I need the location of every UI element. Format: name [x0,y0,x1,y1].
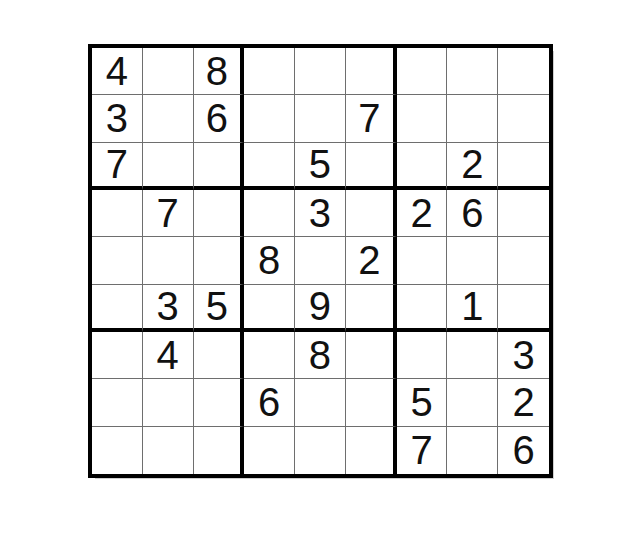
cell-r4c2-given[interactable]: 7 [143,190,194,237]
cell-r4c6-empty[interactable] [346,190,397,237]
cell-r1c6-empty[interactable] [346,48,397,95]
cell-r7c9-given[interactable]: 3 [498,332,549,379]
cell-r1c2-empty[interactable] [143,48,194,95]
cell-r6c7-empty[interactable] [397,285,448,332]
cell-r8c9-given[interactable]: 2 [498,379,549,426]
cell-r3c8-given[interactable]: 2 [447,143,498,190]
cell-r3c3-empty[interactable] [194,143,245,190]
cell-r1c1-given[interactable]: 4 [92,48,143,95]
cell-r2c4-empty[interactable] [244,95,295,142]
cell-r9c2-empty[interactable] [143,427,194,474]
cell-r6c5-given[interactable]: 9 [295,285,346,332]
cell-r1c7-empty[interactable] [397,48,448,95]
cell-r2c8-empty[interactable] [447,95,498,142]
cell-r5c5-empty[interactable] [295,237,346,284]
cell-r8c7-given[interactable]: 5 [397,379,448,426]
cell-r6c6-empty[interactable] [346,285,397,332]
cell-r2c5-empty[interactable] [295,95,346,142]
cell-r8c2-empty[interactable] [143,379,194,426]
cell-r5c7-empty[interactable] [397,237,448,284]
cell-r4c4-empty[interactable] [244,190,295,237]
cell-r9c7-given[interactable]: 7 [397,427,448,474]
cell-r9c1-empty[interactable] [92,427,143,474]
cell-r7c4-empty[interactable] [244,332,295,379]
cell-r7c3-empty[interactable] [194,332,245,379]
cell-r4c7-given[interactable]: 2 [397,190,448,237]
cell-r5c9-empty[interactable] [498,237,549,284]
cell-r7c8-empty[interactable] [447,332,498,379]
cell-r8c5-empty[interactable] [295,379,346,426]
cell-r6c8-given[interactable]: 1 [447,285,498,332]
cell-r8c1-empty[interactable] [92,379,143,426]
cell-r8c4-given[interactable]: 6 [244,379,295,426]
cell-r7c7-empty[interactable] [397,332,448,379]
cell-r7c2-given[interactable]: 4 [143,332,194,379]
cell-r4c9-empty[interactable] [498,190,549,237]
cell-r2c7-empty[interactable] [397,95,448,142]
cell-r2c9-empty[interactable] [498,95,549,142]
cell-r3c1-given[interactable]: 7 [92,143,143,190]
cell-r3c6-empty[interactable] [346,143,397,190]
cell-r6c9-empty[interactable] [498,285,549,332]
cell-r1c9-empty[interactable] [498,48,549,95]
cell-r5c8-empty[interactable] [447,237,498,284]
cell-r4c3-empty[interactable] [194,190,245,237]
cell-r8c6-empty[interactable] [346,379,397,426]
cell-r1c4-empty[interactable] [244,48,295,95]
cell-r2c1-given[interactable]: 3 [92,95,143,142]
cell-r6c2-given[interactable]: 3 [143,285,194,332]
sudoku-board: 48367752732682359148365276 [88,44,553,478]
cell-r6c3-given[interactable]: 5 [194,285,245,332]
cell-r2c6-given[interactable]: 7 [346,95,397,142]
cell-r5c6-given[interactable]: 2 [346,237,397,284]
cell-r7c1-empty[interactable] [92,332,143,379]
cell-r3c7-empty[interactable] [397,143,448,190]
cell-r3c2-empty[interactable] [143,143,194,190]
cell-r9c3-empty[interactable] [194,427,245,474]
cell-r4c1-empty[interactable] [92,190,143,237]
cell-r1c8-empty[interactable] [447,48,498,95]
cell-r6c1-empty[interactable] [92,285,143,332]
cell-r2c3-given[interactable]: 6 [194,95,245,142]
cell-r7c6-empty[interactable] [346,332,397,379]
cell-r9c5-empty[interactable] [295,427,346,474]
cell-r3c5-given[interactable]: 5 [295,143,346,190]
cell-r9c4-empty[interactable] [244,427,295,474]
cell-r3c9-empty[interactable] [498,143,549,190]
cell-r6c4-empty[interactable] [244,285,295,332]
cell-r9c8-empty[interactable] [447,427,498,474]
cell-r5c2-empty[interactable] [143,237,194,284]
cell-r7c5-given[interactable]: 8 [295,332,346,379]
cell-r5c3-empty[interactable] [194,237,245,284]
cell-r2c2-empty[interactable] [143,95,194,142]
cell-r1c5-empty[interactable] [295,48,346,95]
cell-r5c1-empty[interactable] [92,237,143,284]
cell-r4c5-given[interactable]: 3 [295,190,346,237]
cell-r4c8-given[interactable]: 6 [447,190,498,237]
cell-r8c8-empty[interactable] [447,379,498,426]
cell-r9c6-empty[interactable] [346,427,397,474]
cell-r8c3-empty[interactable] [194,379,245,426]
cell-r1c3-given[interactable]: 8 [194,48,245,95]
cell-r5c4-given[interactable]: 8 [244,237,295,284]
cell-r9c9-given[interactable]: 6 [498,427,549,474]
cell-r3c4-empty[interactable] [244,143,295,190]
